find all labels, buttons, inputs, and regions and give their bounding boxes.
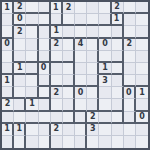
cell-r10-c11[interactable] — [136, 124, 148, 136]
cell-r2-c10[interactable] — [124, 26, 136, 38]
cell-r5-c5[interactable] — [63, 63, 75, 75]
cell-r6-c2[interactable] — [26, 75, 38, 87]
clue-r10-c1[interactable]: 1 — [14, 124, 26, 136]
cell-r3-c11[interactable] — [136, 39, 148, 51]
cell-r6-c11[interactable] — [136, 75, 148, 87]
cell-r11-c8[interactable] — [99, 136, 111, 148]
cell-r8-c1[interactable] — [14, 99, 26, 111]
cell-r7-c1[interactable] — [14, 87, 26, 99]
cell-r8-c5[interactable] — [63, 99, 75, 111]
cell-r5-c7[interactable] — [87, 63, 99, 75]
cell-r7-c5[interactable] — [63, 87, 75, 99]
cell-r2-c7[interactable] — [87, 26, 99, 38]
cell-r1-c5[interactable] — [63, 14, 75, 26]
cell-r10-c10[interactable] — [124, 124, 136, 136]
cell-r10-c2[interactable] — [26, 124, 38, 136]
cell-r8-c8[interactable] — [99, 99, 111, 111]
cell-r8-c11[interactable] — [136, 99, 148, 111]
cell-r0-c10[interactable] — [124, 2, 136, 14]
cell-r8-c6[interactable] — [75, 99, 87, 111]
clue-r3-c0[interactable]: 0 — [2, 39, 14, 51]
cell-r1-c0[interactable] — [2, 14, 14, 26]
cell-r0-c7[interactable] — [87, 2, 99, 14]
cell-r3-c9[interactable] — [112, 39, 124, 51]
cell-r1-c3[interactable] — [39, 14, 51, 26]
cell-r0-c11[interactable] — [136, 2, 148, 14]
cell-r0-c6[interactable] — [75, 2, 87, 14]
clue-r9-c11[interactable]: 0 — [136, 112, 148, 124]
cell-r1-c10[interactable] — [124, 14, 136, 26]
cell-r2-c11[interactable] — [136, 26, 148, 38]
cell-r6-c9[interactable] — [112, 75, 124, 87]
cell-r7-c3[interactable] — [39, 87, 51, 99]
cell-r9-c8[interactable] — [99, 112, 111, 124]
clue-r0-c0[interactable]: 1 — [2, 2, 14, 14]
cell-r0-c3[interactable] — [39, 2, 51, 14]
clue-r3-c10[interactable]: 2 — [124, 39, 136, 51]
clue-r7-c4[interactable]: 2 — [51, 87, 63, 99]
cell-r4-c8[interactable] — [99, 51, 111, 63]
cell-r5-c2[interactable] — [26, 63, 38, 75]
cell-r10-c5[interactable] — [63, 124, 75, 136]
clue-r2-c4[interactable]: 1 — [51, 26, 63, 38]
cell-r10-c6[interactable] — [75, 124, 87, 136]
cell-r11-c4[interactable] — [51, 136, 63, 148]
clue-r3-c8[interactable]: 0 — [99, 39, 111, 51]
cell-r6-c4[interactable] — [51, 75, 63, 87]
cell-r2-c3[interactable] — [39, 26, 51, 38]
cell-r9-c2[interactable] — [26, 112, 38, 124]
cell-r11-c3[interactable] — [39, 136, 51, 148]
cell-r1-c6[interactable] — [75, 14, 87, 26]
cell-r4-c7[interactable] — [87, 51, 99, 63]
cell-r10-c9[interactable] — [112, 124, 124, 136]
cell-r4-c1[interactable] — [14, 51, 26, 63]
cell-r3-c2[interactable] — [26, 39, 38, 51]
clue-r10-c7[interactable]: 3 — [87, 124, 99, 136]
cell-r9-c6[interactable] — [75, 112, 87, 124]
cell-r0-c2[interactable] — [26, 2, 38, 14]
clue-r3-c4[interactable]: 2 — [51, 39, 63, 51]
cell-r3-c3[interactable] — [39, 39, 51, 51]
cell-r8-c7[interactable] — [87, 99, 99, 111]
cell-r11-c7[interactable] — [87, 136, 99, 148]
cell-r7-c8[interactable] — [99, 87, 111, 99]
cell-r5-c0[interactable] — [2, 63, 14, 75]
cell-r5-c9[interactable] — [112, 63, 124, 75]
cell-r1-c11[interactable] — [136, 14, 148, 26]
cell-r9-c3[interactable] — [39, 112, 51, 124]
clue-r3-c6[interactable]: 4 — [75, 39, 87, 51]
cell-r4-c9[interactable] — [112, 51, 124, 63]
clue-r0-c9[interactable]: 2 — [112, 2, 124, 14]
clue-r7-c6[interactable]: 0 — [75, 87, 87, 99]
cell-r3-c5[interactable] — [63, 39, 75, 51]
cell-r4-c5[interactable] — [63, 51, 75, 63]
cell-r9-c0[interactable] — [2, 112, 14, 124]
cell-r4-c11[interactable] — [136, 51, 148, 63]
cell-r7-c7[interactable] — [87, 87, 99, 99]
clue-r7-c11[interactable]: 1 — [136, 87, 148, 99]
cell-r7-c9[interactable] — [112, 87, 124, 99]
cell-r11-c1[interactable] — [14, 136, 26, 148]
clue-r0-c1[interactable]: 2 — [14, 2, 26, 14]
cell-r5-c10[interactable] — [124, 63, 136, 75]
clue-r8-c2[interactable]: 1 — [26, 99, 38, 111]
cell-r8-c10[interactable] — [124, 99, 136, 111]
cell-r2-c5[interactable] — [63, 26, 75, 38]
cell-r3-c1[interactable] — [14, 39, 26, 51]
cell-r4-c2[interactable] — [26, 51, 38, 63]
cell-r7-c0[interactable] — [2, 87, 14, 99]
cell-r2-c8[interactable] — [99, 26, 111, 38]
cell-r6-c3[interactable] — [39, 75, 51, 87]
cell-r7-c2[interactable] — [26, 87, 38, 99]
clue-r6-c0[interactable]: 1 — [2, 75, 14, 87]
cell-r9-c4[interactable] — [51, 112, 63, 124]
cell-r1-c4[interactable] — [51, 14, 63, 26]
clue-r7-c10[interactable]: 0 — [124, 87, 136, 99]
clue-r1-c1[interactable]: 0 — [14, 14, 26, 26]
cell-r1-c7[interactable] — [87, 14, 99, 26]
heyawake-board: 1212201210240210113200121201123 — [0, 0, 150, 150]
clue-r5-c3[interactable]: 0 — [39, 63, 51, 75]
clue-r5-c8[interactable]: 1 — [99, 63, 111, 75]
cell-r8-c4[interactable] — [51, 99, 63, 111]
cell-r5-c11[interactable] — [136, 63, 148, 75]
cell-r2-c2[interactable] — [26, 26, 38, 38]
clue-r8-c0[interactable]: 2 — [2, 99, 14, 111]
clue-r0-c5[interactable]: 2 — [63, 2, 75, 14]
cell-r11-c9[interactable] — [112, 136, 124, 148]
cell-r11-c5[interactable] — [63, 136, 75, 148]
cell-r4-c10[interactable] — [124, 51, 136, 63]
cell-r9-c10[interactable] — [124, 112, 136, 124]
cell-r9-c9[interactable] — [112, 112, 124, 124]
cell-r11-c6[interactable] — [75, 136, 87, 148]
cell-r9-c5[interactable] — [63, 112, 75, 124]
cell-r4-c3[interactable] — [39, 51, 51, 63]
cell-r4-c0[interactable] — [2, 51, 14, 63]
cell-r3-c7[interactable] — [87, 39, 99, 51]
cell-r11-c11[interactable] — [136, 136, 148, 148]
cell-r1-c2[interactable] — [26, 14, 38, 26]
cell-r6-c1[interactable] — [14, 75, 26, 87]
clue-r1-c9[interactable]: 1 — [112, 14, 124, 26]
cell-r6-c5[interactable] — [63, 75, 75, 87]
cell-r11-c10[interactable] — [124, 136, 136, 148]
cell-r6-c10[interactable] — [124, 75, 136, 87]
clue-r10-c0[interactable]: 1 — [2, 124, 14, 136]
puzzle-page: 1212201210240210113200121201123 — [0, 0, 150, 150]
clue-r0-c4[interactable]: 1 — [51, 2, 63, 14]
cell-r8-c9[interactable] — [112, 99, 124, 111]
cell-r5-c6[interactable] — [75, 63, 87, 75]
cell-r5-c4[interactable] — [51, 63, 63, 75]
clue-r5-c1[interactable]: 1 — [14, 63, 26, 75]
cell-r2-c0[interactable] — [2, 26, 14, 38]
cell-r11-c0[interactable] — [2, 136, 14, 148]
cell-r10-c8[interactable] — [99, 124, 111, 136]
cell-r9-c1[interactable] — [14, 112, 26, 124]
cell-r1-c8[interactable] — [99, 14, 111, 26]
clue-r10-c4[interactable]: 2 — [51, 124, 63, 136]
clue-r6-c8[interactable]: 3 — [99, 75, 111, 87]
cell-r11-c2[interactable] — [26, 136, 38, 148]
cell-r2-c9[interactable] — [112, 26, 124, 38]
cell-r10-c3[interactable] — [39, 124, 51, 136]
cell-r0-c8[interactable] — [99, 2, 111, 14]
cell-r4-c6[interactable] — [75, 51, 87, 63]
cell-r4-c4[interactable] — [51, 51, 63, 63]
cell-r6-c6[interactable] — [75, 75, 87, 87]
clue-r9-c7[interactable]: 2 — [87, 112, 99, 124]
cell-r8-c3[interactable] — [39, 99, 51, 111]
cell-r2-c6[interactable] — [75, 26, 87, 38]
cell-r6-c7[interactable] — [87, 75, 99, 87]
clue-r2-c1[interactable]: 2 — [14, 26, 26, 38]
